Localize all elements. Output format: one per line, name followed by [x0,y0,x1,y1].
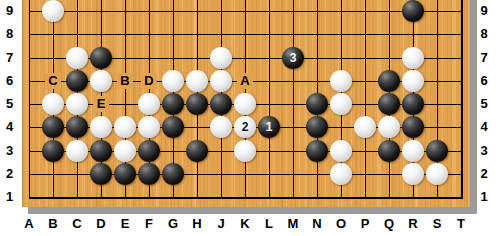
coord-col-D: D [91,215,111,233]
stone-white-F5[interactable] [138,93,160,115]
coord-col-M: M [283,215,303,233]
stone-black-Q3[interactable] [378,140,400,162]
move-number-label: 2 [242,120,249,134]
coord-row-right-7: 7 [474,50,494,66]
stone-black-E2[interactable] [114,163,136,185]
coord-row-left-7: 7 [0,50,19,66]
stone-white-R6[interactable] [402,70,424,92]
stone-black-Q5[interactable] [378,93,400,115]
stone-white-K3[interactable] [234,140,256,162]
point-label-E[interactable]: E [93,96,109,112]
grid-line-col-P [365,0,366,199]
coord-col-C: C [67,215,87,233]
stone-black-J5[interactable] [210,93,232,115]
stone-white-O6[interactable] [330,70,352,92]
stone-white-K4[interactable]: 2 [234,116,256,138]
stone-black-G2[interactable] [162,163,184,185]
coord-row-right-2: 2 [474,166,494,182]
coord-row-left-8: 8 [0,26,19,42]
coord-col-H: H [187,215,207,233]
point-label-C[interactable]: C [45,73,61,89]
coord-row-left-6: 6 [0,73,19,89]
stone-black-B3[interactable] [42,140,64,162]
stone-black-D7[interactable] [90,47,112,69]
stone-white-D6[interactable] [90,70,112,92]
stone-white-S2[interactable] [426,163,448,185]
stone-black-N3[interactable] [306,140,328,162]
coord-col-L: L [259,215,279,233]
stone-white-K5[interactable] [234,93,256,115]
coord-row-right-8: 8 [474,26,494,42]
stone-black-D3[interactable] [90,140,112,162]
coord-row-right-9: 9 [474,3,494,19]
stone-black-C4[interactable] [66,116,88,138]
coord-col-G: G [163,215,183,233]
grid-line-col-A [29,0,30,199]
grid-line-col-T [461,0,463,199]
stone-black-R5[interactable] [402,93,424,115]
stone-black-C6[interactable] [66,70,88,92]
board-shadow-bottom [28,207,477,214]
stone-black-B4[interactable] [42,116,64,138]
stone-white-R7[interactable] [402,47,424,69]
coord-col-N: N [307,215,327,233]
stone-black-H3[interactable] [186,140,208,162]
coord-row-right-5: 5 [474,96,494,112]
go-board[interactable]: ABCDE321 [22,0,470,207]
coord-row-left-3: 3 [0,143,19,159]
stone-white-P4[interactable] [354,116,376,138]
stone-white-C7[interactable] [66,47,88,69]
coord-col-E: E [115,215,135,233]
grid-line-col-M [293,0,294,199]
coord-col-J: J [211,215,231,233]
stone-white-F4[interactable] [138,116,160,138]
coord-col-R: R [403,215,423,233]
stone-white-B5[interactable] [42,93,64,115]
stone-white-O3[interactable] [330,140,352,162]
stone-white-C3[interactable] [66,140,88,162]
move-number-label: 3 [290,51,297,65]
coord-col-S: S [427,215,447,233]
stone-white-C5[interactable] [66,93,88,115]
coord-col-T: T [451,215,471,233]
stone-white-O5[interactable] [330,93,352,115]
stone-white-J7[interactable] [210,47,232,69]
stone-white-H6[interactable] [186,70,208,92]
stone-white-O2[interactable] [330,163,352,185]
stone-white-J4[interactable] [210,116,232,138]
go-diagram-screen: ABCDE321 987654321 987654321 ABCDEFGHJKL… [0,0,500,236]
coord-row-left-2: 2 [0,166,19,182]
grid-line-col-L [269,0,270,199]
stone-black-L4[interactable]: 1 [258,116,280,138]
coord-col-Q: Q [379,215,399,233]
coord-col-F: F [139,215,159,233]
coord-row-right-6: 6 [474,73,494,89]
coord-col-O: O [331,215,351,233]
stone-white-D4[interactable] [90,116,112,138]
point-label-D[interactable]: D [141,73,157,89]
stone-white-Q4[interactable] [378,116,400,138]
coord-col-A: A [19,215,39,233]
stone-black-D2[interactable] [90,163,112,185]
stone-black-G5[interactable] [162,93,184,115]
stone-black-F3[interactable] [138,140,160,162]
coord-col-B: B [43,215,63,233]
coord-row-left-9: 9 [0,3,19,19]
point-label-A[interactable]: A [237,73,253,89]
stone-white-E4[interactable] [114,116,136,138]
stone-black-F2[interactable] [138,163,160,185]
coord-row-right-3: 3 [474,143,494,159]
coord-row-left-5: 5 [0,96,19,112]
coord-row-left-1: 1 [0,189,19,205]
stone-white-R2[interactable] [402,163,424,185]
stone-black-N5[interactable] [306,93,328,115]
stone-black-R4[interactable] [402,116,424,138]
stone-white-G6[interactable] [162,70,184,92]
stone-black-G4[interactable] [162,116,184,138]
coord-row-left-4: 4 [0,119,19,135]
coord-col-P: P [355,215,375,233]
stone-white-B9[interactable] [42,0,64,22]
point-label-B[interactable]: B [117,73,133,89]
coord-col-K: K [235,215,255,233]
coord-row-right-1: 1 [474,189,494,205]
stone-black-R9[interactable] [402,0,424,22]
stone-white-J6[interactable] [210,70,232,92]
move-number-label: 1 [266,120,273,134]
stone-black-S3[interactable] [426,140,448,162]
stone-black-Q6[interactable] [378,70,400,92]
stone-black-M7[interactable]: 3 [282,47,304,69]
stone-black-H5[interactable] [186,93,208,115]
coord-row-right-4: 4 [474,119,494,135]
stone-white-E3[interactable] [114,140,136,162]
stone-white-R3[interactable] [402,140,424,162]
stone-black-N4[interactable] [306,116,328,138]
